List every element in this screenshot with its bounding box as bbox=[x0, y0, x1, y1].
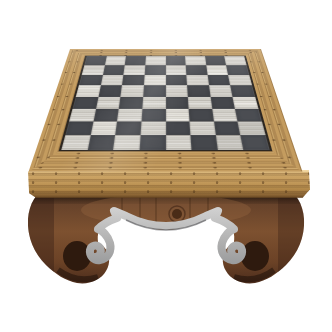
square bbox=[69, 109, 96, 122]
square bbox=[113, 135, 140, 150]
square bbox=[191, 135, 218, 150]
square bbox=[140, 121, 165, 135]
chessboard bbox=[59, 56, 273, 152]
square bbox=[214, 121, 241, 135]
chess-table-photo bbox=[0, 0, 332, 332]
square bbox=[93, 109, 119, 122]
square bbox=[188, 97, 212, 109]
square bbox=[145, 65, 166, 75]
frame-rail-front bbox=[29, 151, 303, 171]
square bbox=[233, 97, 259, 109]
square bbox=[207, 75, 230, 85]
square bbox=[226, 65, 249, 75]
square bbox=[186, 75, 208, 85]
square bbox=[76, 86, 101, 97]
square bbox=[87, 135, 115, 150]
square bbox=[241, 135, 270, 150]
square bbox=[238, 121, 266, 135]
tabletop bbox=[29, 49, 303, 172]
square bbox=[100, 75, 123, 85]
square bbox=[189, 109, 214, 122]
square bbox=[185, 56, 206, 65]
square bbox=[225, 56, 247, 65]
square bbox=[210, 97, 235, 109]
square bbox=[166, 121, 191, 135]
square bbox=[205, 56, 227, 65]
square bbox=[166, 109, 190, 122]
wood-knot bbox=[172, 209, 182, 219]
square bbox=[125, 56, 146, 65]
square bbox=[79, 75, 103, 85]
square bbox=[73, 97, 99, 109]
square bbox=[139, 135, 165, 150]
square bbox=[90, 121, 117, 135]
square bbox=[144, 75, 166, 85]
square bbox=[124, 65, 146, 75]
square bbox=[216, 135, 244, 150]
square bbox=[187, 86, 210, 97]
square bbox=[166, 75, 188, 85]
square bbox=[82, 65, 105, 75]
square bbox=[121, 86, 144, 97]
square bbox=[212, 109, 238, 122]
square bbox=[65, 121, 93, 135]
square bbox=[209, 86, 233, 97]
square bbox=[166, 97, 189, 109]
square bbox=[166, 56, 186, 65]
square bbox=[166, 86, 188, 97]
square bbox=[166, 65, 187, 75]
square bbox=[122, 75, 144, 85]
square bbox=[142, 97, 165, 109]
square bbox=[145, 56, 165, 65]
square bbox=[190, 121, 216, 135]
square bbox=[231, 86, 256, 97]
square bbox=[105, 56, 127, 65]
square bbox=[61, 135, 90, 150]
square bbox=[84, 56, 106, 65]
square bbox=[117, 109, 142, 122]
square bbox=[235, 109, 262, 122]
square bbox=[98, 86, 122, 97]
square bbox=[141, 109, 165, 122]
square bbox=[143, 86, 165, 97]
tabletop-front-edge bbox=[28, 170, 310, 199]
square bbox=[103, 65, 125, 75]
square bbox=[228, 75, 252, 85]
square bbox=[96, 97, 121, 109]
square bbox=[206, 65, 228, 75]
square bbox=[186, 65, 208, 75]
square bbox=[119, 97, 143, 109]
square bbox=[115, 121, 141, 135]
square bbox=[166, 135, 192, 150]
